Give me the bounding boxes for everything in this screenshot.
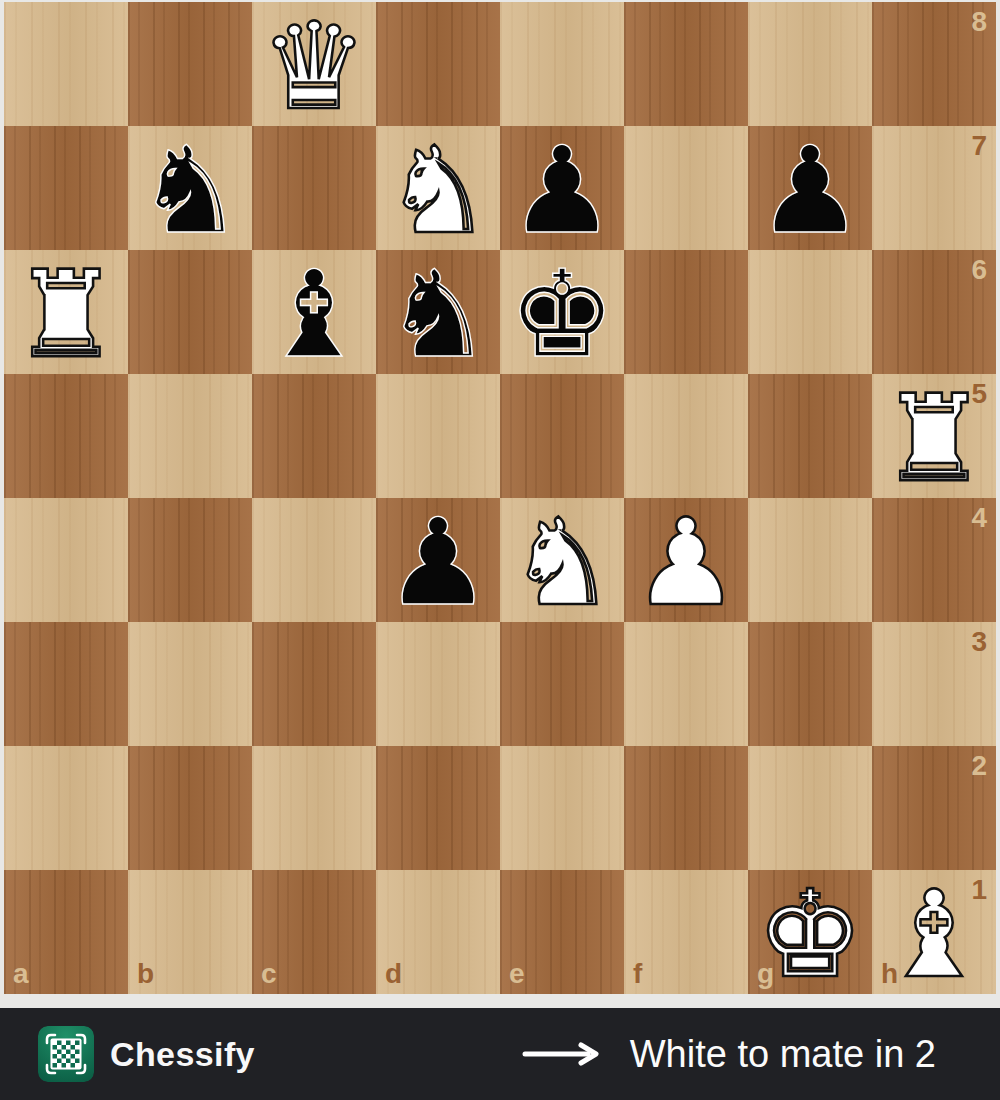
square-a8[interactable] <box>4 2 128 126</box>
white-bishop-h1[interactable]: ♝ <box>880 875 988 995</box>
square-g8[interactable] <box>748 2 872 126</box>
square-c7[interactable] <box>252 126 376 250</box>
square-a4[interactable] <box>4 498 128 622</box>
black-knight-b7[interactable]: ♞ <box>136 131 244 251</box>
square-h5[interactable]: 5♜ <box>872 374 996 498</box>
square-b6[interactable] <box>128 250 252 374</box>
square-g6[interactable] <box>748 250 872 374</box>
square-f8[interactable] <box>624 2 748 126</box>
square-e3[interactable] <box>500 622 624 746</box>
square-h1[interactable]: 1h♝ <box>872 870 996 994</box>
square-f3[interactable] <box>624 622 748 746</box>
square-g3[interactable] <box>748 622 872 746</box>
rank-label-8: 8 <box>971 8 987 36</box>
square-c8[interactable]: ♛ <box>252 2 376 126</box>
square-c4[interactable] <box>252 498 376 622</box>
file-label-a: a <box>13 960 29 988</box>
file-label-d: d <box>385 960 402 988</box>
square-g2[interactable] <box>748 746 872 870</box>
white-pawn-f4[interactable]: ♟ <box>632 503 740 623</box>
rank-label-7: 7 <box>971 132 987 160</box>
file-label-b: b <box>137 960 154 988</box>
white-king-g1[interactable]: ♚ <box>756 875 864 995</box>
square-g1[interactable]: g♚ <box>748 870 872 994</box>
square-e2[interactable] <box>500 746 624 870</box>
puzzle-caption: White to mate in 2 <box>630 1033 936 1076</box>
white-rook-h5[interactable]: ♜ <box>880 379 988 499</box>
square-h6[interactable]: 6 <box>872 250 996 374</box>
square-a3[interactable] <box>4 622 128 746</box>
rank-label-3: 3 <box>971 628 987 656</box>
square-d8[interactable] <box>376 2 500 126</box>
square-b5[interactable] <box>128 374 252 498</box>
black-pawn-g7[interactable]: ♟ <box>756 131 864 251</box>
white-rook-a6[interactable]: ♜ <box>12 255 120 375</box>
square-c1[interactable]: c <box>252 870 376 994</box>
square-a6[interactable]: ♜ <box>4 250 128 374</box>
square-g4[interactable] <box>748 498 872 622</box>
square-d4[interactable]: ♟ <box>376 498 500 622</box>
file-label-f: f <box>633 960 642 988</box>
square-d2[interactable] <box>376 746 500 870</box>
square-c6[interactable]: ♝ <box>252 250 376 374</box>
square-e6[interactable]: ♚ <box>500 250 624 374</box>
square-h4[interactable]: 4 <box>872 498 996 622</box>
rank-label-2: 2 <box>971 752 987 780</box>
white-knight-e4[interactable]: ♞ <box>508 503 616 623</box>
footer-bar: Chessify White to mate in 2 <box>0 1008 1000 1100</box>
square-a1[interactable]: a <box>4 870 128 994</box>
square-a5[interactable] <box>4 374 128 498</box>
square-d6[interactable]: ♞ <box>376 250 500 374</box>
square-b3[interactable] <box>128 622 252 746</box>
square-f6[interactable] <box>624 250 748 374</box>
rank-label-4: 4 <box>971 504 987 532</box>
black-bishop-c6[interactable]: ♝ <box>260 255 368 375</box>
square-e5[interactable] <box>500 374 624 498</box>
square-b8[interactable] <box>128 2 252 126</box>
square-f1[interactable]: f <box>624 870 748 994</box>
square-a7[interactable] <box>4 126 128 250</box>
square-c2[interactable] <box>252 746 376 870</box>
black-pawn-e7[interactable]: ♟ <box>508 131 616 251</box>
square-f2[interactable] <box>624 746 748 870</box>
square-b1[interactable]: b <box>128 870 252 994</box>
square-e1[interactable]: e <box>500 870 624 994</box>
square-e7[interactable]: ♟ <box>500 126 624 250</box>
white-knight-d7[interactable]: ♞ <box>384 131 492 251</box>
white-queen-c8[interactable]: ♛ <box>260 7 368 127</box>
square-b2[interactable] <box>128 746 252 870</box>
square-e8[interactable] <box>500 2 624 126</box>
square-h7[interactable]: 7 <box>872 126 996 250</box>
square-h8[interactable]: 8 <box>872 2 996 126</box>
file-label-c: c <box>261 960 277 988</box>
square-a2[interactable] <box>4 746 128 870</box>
black-pawn-d4[interactable]: ♟ <box>384 503 492 623</box>
rank-label-6: 6 <box>971 256 987 284</box>
brand-name: Chessify <box>110 1035 255 1074</box>
black-knight-d6[interactable]: ♞ <box>384 255 492 375</box>
square-d1[interactable]: d <box>376 870 500 994</box>
square-g7[interactable]: ♟ <box>748 126 872 250</box>
file-label-e: e <box>509 960 525 988</box>
square-g5[interactable] <box>748 374 872 498</box>
square-d7[interactable]: ♞ <box>376 126 500 250</box>
square-d5[interactable] <box>376 374 500 498</box>
square-f4[interactable]: ♟ <box>624 498 748 622</box>
square-c3[interactable] <box>252 622 376 746</box>
square-f5[interactable] <box>624 374 748 498</box>
chess-board: ♛8♞♞♟♟7♜♝♞♚65♜♟♞♟432abcdefg♚1h♝ <box>4 2 996 994</box>
square-c5[interactable] <box>252 374 376 498</box>
square-f7[interactable] <box>624 126 748 250</box>
square-b4[interactable] <box>128 498 252 622</box>
square-h3[interactable]: 3 <box>872 622 996 746</box>
chessify-logo-icon[interactable] <box>38 1026 94 1082</box>
right-arrow-icon <box>522 1041 606 1067</box>
black-king-e6[interactable]: ♚ <box>508 255 616 375</box>
square-e4[interactable]: ♞ <box>500 498 624 622</box>
square-b7[interactable]: ♞ <box>128 126 252 250</box>
square-d3[interactable] <box>376 622 500 746</box>
square-h2[interactable]: 2 <box>872 746 996 870</box>
